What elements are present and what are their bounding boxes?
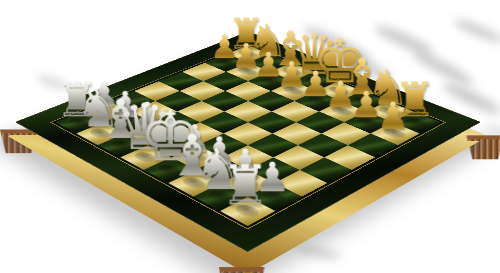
board-surface: ♜♞♝♛♚♝♞♜♟♟♟♟♟♟♟♟♟♟♟♟♟♟♟♟♜♞♝♛♚♝♞♜ [15, 31, 482, 252]
square-h1[interactable]: ♜ [220, 197, 275, 226]
cast-shadow [452, 16, 500, 46]
cast-shadow [296, 244, 343, 261]
product-photo-scene: ♜♞♝♛♚♝♞♜♟♟♟♟♟♟♟♟♟♟♟♟♟♟♟♟♜♞♝♛♚♝♞♜ [0, 0, 500, 273]
checkerboard: ♜♞♝♛♚♝♞♜♟♟♟♟♟♟♟♟♟♟♟♟♟♟♟♟♜♞♝♛♚♝♞♜ [53, 44, 444, 227]
piece-white-rook-h1[interactable]: ♜ [216, 157, 276, 212]
piece-black-pawn-h7[interactable]: ♟ [367, 98, 420, 135]
chess-board: ♜♞♝♛♚♝♞♜♟♟♟♟♟♟♟♟♟♟♟♟♟♟♟♟♜♞♝♛♚♝♞♜ [15, 31, 482, 252]
